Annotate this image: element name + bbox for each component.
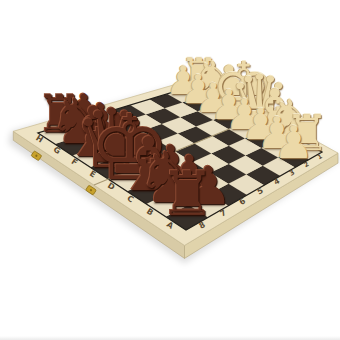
piece-black-rook-h8: ♜ xyxy=(36,90,83,142)
piece-black-pawn-d7: ♟ xyxy=(131,128,175,177)
piece-white-pawn-b2: ♟ xyxy=(257,111,296,155)
piece-white-bishop-c1: ♝ xyxy=(248,81,302,141)
piece-white-pawn-d2: ♟ xyxy=(226,94,264,136)
piece-black-pawn-g7: ♟ xyxy=(80,98,121,144)
piece-white-rook-h1: ♜ xyxy=(180,53,219,96)
piece-black-rook-a8: ♜ xyxy=(160,164,215,226)
piece-white-pawn-e2: ♟ xyxy=(210,86,247,127)
piece-white-knight-b1: ♞ xyxy=(266,93,317,150)
piece-white-pawn-c2: ♟ xyxy=(241,103,280,146)
piece-black-pawn-a7: ♟ xyxy=(185,160,232,213)
piece-white-pawn-g2: ♟ xyxy=(180,70,216,110)
piece-black-pawn-e7: ♟ xyxy=(113,118,156,166)
piece-black-knight-g8: ♞ xyxy=(48,92,104,154)
piece-white-rook-a1: ♜ xyxy=(285,109,329,158)
piece-white-king-e1: ♚ xyxy=(211,53,276,126)
piece-black-pawn-c7: ♟ xyxy=(148,138,193,188)
piece-white-knight-g1: ♞ xyxy=(191,54,237,105)
piece-white-bishop-f1: ♝ xyxy=(203,58,254,115)
piece-white-queen-d1: ♛ xyxy=(229,66,290,134)
piece-white-pawn-f2: ♟ xyxy=(195,78,231,119)
piece-black-king-d8: ♚ xyxy=(89,103,170,193)
piece-white-pawn-h2: ♟ xyxy=(166,62,201,101)
piece-black-pawn-f7: ♟ xyxy=(97,108,139,155)
piece-black-knight-b8: ♞ xyxy=(136,144,199,214)
chess-set-photo: ABCDEFGH12345678 ♜♞♝♚♛♝♞♜♟♟♟♟♟♟♟♟♟♟♟♟♟♟♟… xyxy=(0,0,340,340)
pieces-layer: ♜♞♝♚♛♝♞♜♟♟♟♟♟♟♟♟♟♟♟♟♟♟♟♟♜♞♝♛♚♝♞♜ xyxy=(0,0,340,340)
piece-black-bishop-c8: ♝ xyxy=(115,128,182,202)
piece-white-pawn-a2: ♟ xyxy=(274,120,314,165)
piece-black-pawn-b7: ♟ xyxy=(167,149,213,200)
piece-black-queen-e8: ♛ xyxy=(75,98,148,179)
piece-black-bishop-f8: ♝ xyxy=(63,97,125,166)
piece-black-pawn-h7: ♟ xyxy=(64,88,104,133)
